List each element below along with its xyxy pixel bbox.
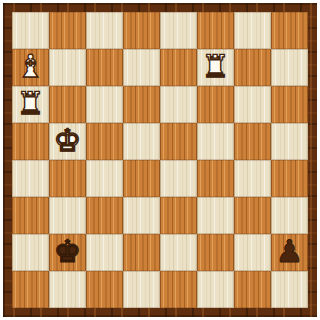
- page-background: ♝♜♜♚♚♟: [0, 0, 320, 320]
- square-e4[interactable]: [160, 160, 197, 197]
- square-b1[interactable]: [49, 271, 86, 308]
- square-h3[interactable]: [271, 197, 308, 234]
- square-e6[interactable]: [160, 86, 197, 123]
- black-king[interactable]: ♚: [54, 236, 82, 267]
- square-e2[interactable]: [160, 234, 197, 271]
- square-e1[interactable]: [160, 271, 197, 308]
- square-c1[interactable]: [86, 271, 123, 308]
- square-h2[interactable]: ♟: [271, 234, 308, 271]
- square-f8[interactable]: [197, 12, 234, 49]
- chess-board: ♝♜♜♚♚♟: [12, 12, 308, 308]
- square-f5[interactable]: [197, 123, 234, 160]
- square-a7[interactable]: ♝: [12, 49, 49, 86]
- square-c8[interactable]: [86, 12, 123, 49]
- square-g4[interactable]: [234, 160, 271, 197]
- square-a6[interactable]: ♜: [12, 86, 49, 123]
- square-d1[interactable]: [123, 271, 160, 308]
- white-rook[interactable]: ♜: [17, 88, 45, 119]
- white-king[interactable]: ♚: [54, 125, 82, 156]
- square-f2[interactable]: [197, 234, 234, 271]
- square-d3[interactable]: [123, 197, 160, 234]
- square-h6[interactable]: [271, 86, 308, 123]
- square-c5[interactable]: [86, 123, 123, 160]
- square-h4[interactable]: [271, 160, 308, 197]
- square-g6[interactable]: [234, 86, 271, 123]
- square-c7[interactable]: [86, 49, 123, 86]
- square-g5[interactable]: [234, 123, 271, 160]
- square-a2[interactable]: [12, 234, 49, 271]
- square-d5[interactable]: [123, 123, 160, 160]
- square-b7[interactable]: [49, 49, 86, 86]
- square-d7[interactable]: [123, 49, 160, 86]
- black-pawn[interactable]: ♟: [276, 236, 304, 267]
- square-e3[interactable]: [160, 197, 197, 234]
- square-d6[interactable]: [123, 86, 160, 123]
- square-f4[interactable]: [197, 160, 234, 197]
- square-b4[interactable]: [49, 160, 86, 197]
- square-a3[interactable]: [12, 197, 49, 234]
- square-a5[interactable]: [12, 123, 49, 160]
- square-e7[interactable]: [160, 49, 197, 86]
- board-frame: ♝♜♜♚♚♟: [3, 3, 317, 317]
- square-h7[interactable]: [271, 49, 308, 86]
- square-c4[interactable]: [86, 160, 123, 197]
- square-e5[interactable]: [160, 123, 197, 160]
- square-c6[interactable]: [86, 86, 123, 123]
- square-a8[interactable]: [12, 12, 49, 49]
- square-a1[interactable]: [12, 271, 49, 308]
- square-g1[interactable]: [234, 271, 271, 308]
- square-h1[interactable]: [271, 271, 308, 308]
- square-h5[interactable]: [271, 123, 308, 160]
- square-g2[interactable]: [234, 234, 271, 271]
- white-rook[interactable]: ♜: [202, 51, 230, 82]
- square-d2[interactable]: [123, 234, 160, 271]
- square-b3[interactable]: [49, 197, 86, 234]
- square-a4[interactable]: [12, 160, 49, 197]
- square-f6[interactable]: [197, 86, 234, 123]
- white-bishop[interactable]: ♝: [17, 51, 45, 82]
- square-f3[interactable]: [197, 197, 234, 234]
- square-b8[interactable]: [49, 12, 86, 49]
- square-b5[interactable]: ♚: [49, 123, 86, 160]
- square-g8[interactable]: [234, 12, 271, 49]
- square-c3[interactable]: [86, 197, 123, 234]
- square-d4[interactable]: [123, 160, 160, 197]
- square-b2[interactable]: ♚: [49, 234, 86, 271]
- square-b6[interactable]: [49, 86, 86, 123]
- square-d8[interactable]: [123, 12, 160, 49]
- square-c2[interactable]: [86, 234, 123, 271]
- square-e8[interactable]: [160, 12, 197, 49]
- square-f1[interactable]: [197, 271, 234, 308]
- square-f7[interactable]: ♜: [197, 49, 234, 86]
- square-h8[interactable]: [271, 12, 308, 49]
- square-g7[interactable]: [234, 49, 271, 86]
- square-g3[interactable]: [234, 197, 271, 234]
